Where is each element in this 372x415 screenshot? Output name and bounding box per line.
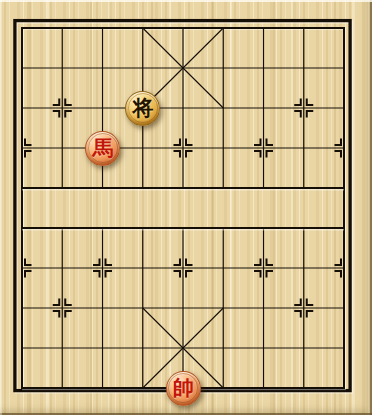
board-intersection[interactable] (244, 328, 284, 368)
board-intersection[interactable] (163, 168, 203, 208)
board-intersection[interactable] (83, 48, 123, 88)
board-intersection[interactable] (324, 8, 364, 48)
board-intersection[interactable] (284, 288, 324, 328)
board-intersection[interactable] (244, 8, 284, 48)
board-intersection[interactable] (203, 168, 243, 208)
board-intersection[interactable] (324, 368, 364, 408)
piece-red-horse[interactable]: 馬 (85, 131, 120, 166)
board-intersection[interactable] (123, 208, 163, 248)
board-intersection[interactable] (42, 288, 82, 328)
board-intersection[interactable] (42, 368, 82, 408)
piece-black-general[interactable]: 将 (125, 91, 160, 126)
board-intersection[interactable] (123, 48, 163, 88)
board-intersection[interactable] (244, 48, 284, 88)
board-intersection[interactable] (324, 168, 364, 208)
board-intersection[interactable] (244, 208, 284, 248)
board-intersection[interactable] (123, 248, 163, 288)
board-intersection[interactable] (203, 288, 243, 328)
board-intersection[interactable] (163, 208, 203, 248)
board-intersection[interactable] (163, 128, 203, 168)
board-intersection[interactable] (2, 8, 42, 48)
board-intersection[interactable] (163, 8, 203, 48)
board-intersection[interactable] (2, 88, 42, 128)
board-intersection[interactable] (123, 168, 163, 208)
board-intersection[interactable] (42, 248, 82, 288)
board-intersection[interactable] (163, 88, 203, 128)
board-intersection[interactable] (42, 328, 82, 368)
board-intersection[interactable] (284, 208, 324, 248)
board-intersection[interactable] (284, 368, 324, 408)
board-intersection[interactable] (2, 208, 42, 248)
board-intersection[interactable] (284, 128, 324, 168)
board-intersection[interactable] (2, 328, 42, 368)
board-intersection[interactable] (42, 128, 82, 168)
board-intersection[interactable] (2, 368, 42, 408)
board-intersection[interactable] (83, 168, 123, 208)
piece-glyph: 馬 (92, 138, 113, 159)
piece-glyph: 将 (132, 98, 153, 119)
xiangqi-board: 将馬帥 (0, 0, 372, 415)
board-intersection[interactable] (244, 88, 284, 128)
board-intersection[interactable] (203, 368, 243, 408)
board-intersection[interactable] (163, 328, 203, 368)
board-intersection[interactable] (203, 8, 243, 48)
board-intersection[interactable] (83, 248, 123, 288)
board-intersection[interactable] (163, 248, 203, 288)
board-intersection[interactable] (83, 8, 123, 48)
board-intersection[interactable] (2, 168, 42, 208)
board-intersection[interactable] (163, 48, 203, 88)
board-intersection[interactable] (244, 248, 284, 288)
board-intersection[interactable] (203, 88, 243, 128)
board-intersection[interactable] (2, 128, 42, 168)
board-intersection[interactable] (244, 368, 284, 408)
board-intersection[interactable] (324, 288, 364, 328)
board-intersection[interactable] (203, 248, 243, 288)
board-intersection[interactable] (42, 88, 82, 128)
board-intersection[interactable] (203, 328, 243, 368)
board-intersection[interactable] (42, 8, 82, 48)
board-intersection[interactable] (284, 328, 324, 368)
board-intersection[interactable] (42, 208, 82, 248)
board-intersection[interactable] (2, 288, 42, 328)
board-intersection[interactable] (324, 208, 364, 248)
board-intersection[interactable] (284, 88, 324, 128)
board-intersection[interactable] (2, 248, 42, 288)
board-intersection[interactable] (83, 328, 123, 368)
board-intersection[interactable] (324, 328, 364, 368)
board-intersection[interactable] (244, 128, 284, 168)
board-intersection[interactable] (163, 288, 203, 328)
board-intersection[interactable] (324, 248, 364, 288)
board-intersection[interactable] (203, 128, 243, 168)
board-intersection[interactable] (324, 48, 364, 88)
board-intersection[interactable] (123, 328, 163, 368)
board-intersection[interactable] (123, 128, 163, 168)
board-intersection[interactable] (284, 48, 324, 88)
piece-glyph: 帥 (173, 378, 194, 399)
board-intersection[interactable] (324, 88, 364, 128)
board-intersection[interactable] (284, 168, 324, 208)
board-intersection[interactable] (244, 168, 284, 208)
piece-layer: 将馬帥 (2, 8, 364, 408)
board-intersection[interactable] (42, 48, 82, 88)
board-intersection[interactable] (83, 288, 123, 328)
board-intersection[interactable] (42, 168, 82, 208)
board-intersection[interactable] (284, 248, 324, 288)
board-intersection[interactable] (203, 48, 243, 88)
board-intersection[interactable] (324, 128, 364, 168)
board-intersection[interactable] (123, 8, 163, 48)
board-intersection[interactable] (2, 48, 42, 88)
piece-red-general[interactable]: 帥 (166, 371, 201, 406)
board-intersection[interactable] (123, 368, 163, 408)
board-intersection[interactable] (83, 208, 123, 248)
board-intersection[interactable] (83, 88, 123, 128)
board-intersection[interactable] (123, 288, 163, 328)
board-intersection[interactable] (83, 368, 123, 408)
board-intersection[interactable] (284, 8, 324, 48)
board-intersection[interactable] (244, 288, 284, 328)
board-intersection[interactable] (203, 208, 243, 248)
